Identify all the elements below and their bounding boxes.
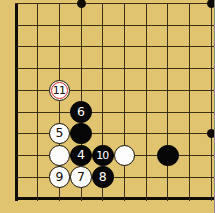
grid-line-h	[15, 68, 215, 69]
stone-number: 6	[77, 105, 85, 118]
grid-line-h	[15, 3, 215, 4]
stone-number: 5	[55, 127, 63, 140]
stone-number: 8	[99, 170, 107, 183]
grid-line-v	[146, 4, 147, 201]
stone[interactable]: 4	[70, 145, 92, 167]
stone[interactable]	[49, 145, 71, 167]
stone[interactable]: 10	[92, 145, 114, 167]
stone[interactable]: 8	[92, 166, 114, 188]
grid-line-h	[15, 46, 215, 47]
stone[interactable]: 6	[70, 101, 92, 123]
stone[interactable]	[157, 145, 179, 167]
grid-line-h	[15, 90, 215, 91]
stone[interactable]: 9	[49, 166, 71, 188]
go-board[interactable]: 1165410978	[0, 0, 214, 213]
star-point	[207, 0, 214, 8]
stone-number: 4	[77, 149, 85, 162]
grid-line-v	[211, 4, 212, 201]
grid-line-v	[37, 4, 38, 201]
stone[interactable]: 11	[49, 80, 71, 102]
grid-line-h	[15, 133, 215, 134]
grid-line-v	[167, 4, 168, 201]
stone-number: 10	[96, 149, 108, 160]
board-edge-left	[15, 4, 18, 201]
stone-number: 7	[77, 170, 85, 183]
star-point	[207, 129, 214, 138]
stone[interactable]	[114, 145, 136, 167]
grid-line-h	[15, 25, 215, 26]
grid-line-h	[15, 177, 215, 178]
board-edge-bottom	[15, 197, 215, 200]
grid-line-v	[189, 4, 190, 201]
grid-line-h	[15, 112, 215, 113]
star-point	[77, 0, 86, 8]
stone-number: 11	[53, 84, 65, 95]
stone[interactable]: 7	[70, 166, 92, 188]
stone[interactable]	[70, 123, 92, 145]
stone[interactable]: 5	[49, 123, 71, 145]
grid-line-v	[124, 4, 125, 201]
stone-number: 9	[55, 170, 63, 183]
